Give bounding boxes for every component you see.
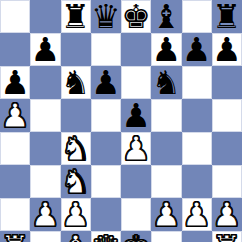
square-g8[interactable] [182, 0, 212, 33]
square-e8[interactable]: ♚ [121, 0, 151, 33]
square-d5[interactable] [91, 99, 121, 132]
square-e5[interactable]: ♟ [121, 99, 151, 132]
square-d7[interactable] [91, 33, 121, 66]
piece-white-pawn-f2[interactable]: ♟ [152, 198, 182, 231]
square-f4[interactable] [151, 132, 181, 165]
square-b4[interactable] [30, 132, 60, 165]
square-a7[interactable] [0, 33, 30, 66]
piece-white-queen-d1[interactable]: ♛ [91, 231, 121, 242]
square-c4[interactable]: ♞ [61, 132, 91, 165]
piece-white-pawn-c2[interactable]: ♟ [61, 198, 91, 231]
square-b7[interactable]: ♟ [30, 33, 60, 66]
square-e4[interactable]: ♟ [121, 132, 151, 165]
piece-black-pawn-g7[interactable]: ♟ [182, 33, 212, 66]
square-b8[interactable] [30, 0, 60, 33]
square-f6[interactable]: ♞ [151, 66, 181, 99]
square-f7[interactable]: ♟ [151, 33, 181, 66]
square-a2[interactable] [0, 198, 30, 231]
square-e1[interactable]: ♚ [121, 231, 151, 242]
piece-white-pawn-g2[interactable]: ♟ [182, 198, 212, 231]
piece-black-bishop-f8[interactable]: ♝ [152, 0, 182, 33]
square-e3[interactable] [121, 165, 151, 198]
square-b6[interactable] [30, 66, 60, 99]
piece-black-pawn-f7[interactable]: ♟ [152, 33, 182, 66]
square-b1[interactable] [30, 231, 60, 242]
square-c5[interactable] [61, 99, 91, 132]
square-h5[interactable] [212, 99, 242, 132]
square-h8[interactable]: ♜ [212, 0, 242, 33]
piece-black-pawn-a6[interactable]: ♟ [0, 66, 30, 99]
square-h3[interactable] [212, 165, 242, 198]
piece-black-pawn-h7[interactable]: ♟ [212, 33, 242, 66]
square-c3[interactable]: ♞ [61, 165, 91, 198]
square-h1[interactable]: ♜ [212, 231, 242, 242]
square-f8[interactable]: ♝ [151, 0, 181, 33]
piece-white-bishop-c1[interactable]: ♝ [61, 231, 91, 242]
square-f3[interactable] [151, 165, 181, 198]
square-g5[interactable] [182, 99, 212, 132]
square-g2[interactable]: ♟ [182, 198, 212, 231]
piece-black-rook-c8[interactable]: ♜ [61, 0, 91, 33]
square-h4[interactable] [212, 132, 242, 165]
square-a3[interactable] [0, 165, 30, 198]
square-d4[interactable] [91, 132, 121, 165]
square-f1[interactable] [151, 231, 181, 242]
square-c1[interactable]: ♝ [61, 231, 91, 242]
square-g6[interactable] [182, 66, 212, 99]
square-a4[interactable] [0, 132, 30, 165]
square-a6[interactable]: ♟ [0, 66, 30, 99]
square-b3[interactable] [30, 165, 60, 198]
piece-black-rook-h8[interactable]: ♜ [212, 0, 242, 33]
square-g1[interactable] [182, 231, 212, 242]
square-e2[interactable] [121, 198, 151, 231]
piece-white-knight-c4[interactable]: ♞ [61, 132, 91, 165]
square-d1[interactable]: ♛ [91, 231, 121, 242]
piece-white-pawn-b2[interactable]: ♟ [31, 198, 61, 231]
square-c7[interactable] [61, 33, 91, 66]
square-g3[interactable] [182, 165, 212, 198]
square-g7[interactable]: ♟ [182, 33, 212, 66]
piece-white-pawn-h2[interactable]: ♟ [212, 198, 242, 231]
square-c8[interactable]: ♜ [61, 0, 91, 33]
piece-white-knight-c3[interactable]: ♞ [61, 165, 91, 198]
piece-black-king-e8[interactable]: ♚ [121, 0, 151, 33]
square-f5[interactable] [151, 99, 181, 132]
piece-black-pawn-b7[interactable]: ♟ [31, 33, 61, 66]
square-a5[interactable]: ♟ [0, 99, 30, 132]
square-h7[interactable]: ♟ [212, 33, 242, 66]
chess-board: ♜♛♚♝♜♟♟♟♟♟♞♟♞♟♟♞♟♞♟♟♟♟♟♜♝♛♚♜ [0, 0, 242, 242]
piece-white-rook-h1[interactable]: ♜ [212, 231, 242, 242]
square-e7[interactable] [121, 33, 151, 66]
square-c2[interactable]: ♟ [61, 198, 91, 231]
square-b2[interactable]: ♟ [30, 198, 60, 231]
square-d8[interactable]: ♛ [91, 0, 121, 33]
piece-white-pawn-a5[interactable]: ♟ [0, 99, 30, 132]
piece-black-pawn-d6[interactable]: ♟ [91, 66, 121, 99]
piece-black-knight-f6[interactable]: ♞ [152, 66, 182, 99]
square-g4[interactable] [182, 132, 212, 165]
piece-black-pawn-e5[interactable]: ♟ [121, 99, 151, 132]
piece-white-rook-a1[interactable]: ♜ [0, 231, 30, 242]
square-b5[interactable] [30, 99, 60, 132]
piece-black-queen-d8[interactable]: ♛ [91, 0, 121, 33]
square-h2[interactable]: ♟ [212, 198, 242, 231]
square-e6[interactable] [121, 66, 151, 99]
square-d6[interactable]: ♟ [91, 66, 121, 99]
square-a8[interactable] [0, 0, 30, 33]
square-f2[interactable]: ♟ [151, 198, 181, 231]
square-d2[interactable] [91, 198, 121, 231]
square-h6[interactable] [212, 66, 242, 99]
square-a1[interactable]: ♜ [0, 231, 30, 242]
square-c6[interactable]: ♞ [61, 66, 91, 99]
piece-white-king-e1[interactable]: ♚ [121, 231, 151, 242]
piece-white-pawn-e4[interactable]: ♟ [121, 132, 151, 165]
square-d3[interactable] [91, 165, 121, 198]
piece-black-knight-c6[interactable]: ♞ [61, 66, 91, 99]
